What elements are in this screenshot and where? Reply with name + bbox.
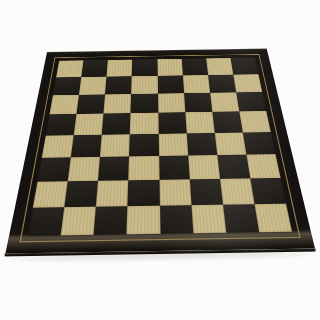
square-c6 (103, 94, 131, 114)
square-f7 (182, 75, 209, 93)
square-h1 (254, 203, 292, 232)
board-back-edge-highlight (46, 48, 266, 52)
square-e4 (158, 133, 188, 156)
square-h7 (233, 74, 262, 92)
square-g2 (219, 178, 254, 204)
square-h2 (250, 177, 286, 203)
square-f6 (183, 92, 211, 112)
square-b8 (81, 60, 108, 77)
square-a2 (32, 181, 67, 207)
square-a6 (49, 95, 79, 115)
square-f4 (186, 132, 217, 155)
square-c1 (93, 205, 127, 234)
square-c8 (106, 59, 132, 76)
square-a3 (37, 157, 71, 181)
square-d5 (130, 112, 158, 133)
square-g6 (209, 92, 238, 112)
square-b7 (79, 76, 107, 94)
square-f5 (185, 112, 214, 133)
square-b2 (64, 180, 98, 206)
board-tilt-wrapper (0, 0, 320, 320)
chessboard (5, 48, 315, 253)
square-h5 (239, 111, 270, 132)
square-g4 (214, 132, 246, 155)
square-d3 (128, 155, 158, 179)
square-d2 (127, 179, 159, 205)
square-d1 (126, 205, 159, 234)
square-h4 (242, 131, 275, 154)
square-e5 (157, 112, 185, 133)
square-e1 (159, 204, 192, 233)
square-g7 (207, 74, 235, 92)
square-a8 (56, 60, 83, 77)
square-e8 (157, 58, 183, 75)
square-a7 (52, 77, 81, 95)
square-c4 (100, 133, 130, 156)
square-e2 (158, 179, 190, 205)
square-c7 (105, 76, 132, 94)
square-h6 (236, 92, 266, 111)
square-h3 (246, 153, 280, 177)
square-a1 (27, 206, 64, 235)
square-f1 (191, 204, 226, 233)
square-b3 (67, 156, 99, 180)
square-g8 (206, 58, 233, 75)
square-c3 (98, 156, 129, 180)
square-h8 (230, 57, 258, 74)
square-b4 (70, 134, 101, 157)
photo-background (0, 0, 320, 320)
square-a4 (41, 134, 73, 157)
square-b6 (76, 94, 105, 114)
square-b1 (60, 206, 95, 235)
square-g3 (216, 154, 249, 178)
square-g1 (222, 204, 258, 233)
perspective-scene (0, 0, 320, 320)
square-e3 (158, 155, 189, 179)
square-a5 (45, 114, 76, 135)
square-c5 (101, 113, 130, 134)
square-b5 (73, 113, 103, 134)
playing-area (27, 57, 291, 235)
square-f3 (187, 154, 219, 178)
square-e7 (157, 75, 183, 93)
square-c2 (96, 180, 129, 206)
square-f2 (189, 178, 222, 204)
square-d6 (130, 93, 157, 113)
square-d7 (131, 75, 157, 93)
square-d8 (132, 59, 157, 76)
square-d4 (129, 133, 158, 156)
square-e6 (157, 93, 184, 113)
square-g5 (212, 111, 242, 132)
square-f8 (181, 58, 207, 75)
